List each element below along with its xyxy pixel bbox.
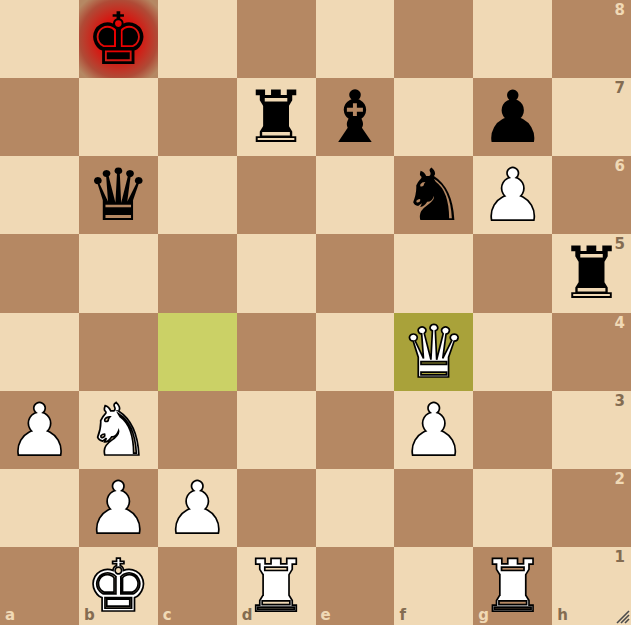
rank-label-5: 5 <box>615 237 625 252</box>
square-b4[interactable] <box>79 313 158 391</box>
file-label-b: b <box>84 608 95 623</box>
square-e1[interactable]: e <box>316 547 395 625</box>
square-a2[interactable] <box>0 469 79 547</box>
square-b6[interactable]: ♛ <box>79 156 158 234</box>
square-h4[interactable]: 4 <box>552 313 631 391</box>
square-h8[interactable]: 8 <box>552 0 631 78</box>
file-label-c: c <box>163 608 172 623</box>
square-e2[interactable] <box>316 469 395 547</box>
square-h6[interactable]: 6 <box>552 156 631 234</box>
rank-label-4: 4 <box>615 316 625 331</box>
square-g4[interactable] <box>473 313 552 391</box>
file-label-d: d <box>242 608 253 623</box>
square-a5[interactable] <box>0 234 79 312</box>
square-h5[interactable]: ♜5 <box>552 234 631 312</box>
square-e3[interactable] <box>316 391 395 469</box>
file-label-f: f <box>399 608 406 623</box>
square-d6[interactable] <box>237 156 316 234</box>
rank-label-6: 6 <box>615 159 625 174</box>
square-e5[interactable] <box>316 234 395 312</box>
square-d3[interactable] <box>237 391 316 469</box>
board-resize-handle-icon[interactable] <box>614 608 630 624</box>
square-c5[interactable] <box>158 234 237 312</box>
square-c8[interactable] <box>158 0 237 78</box>
square-a1[interactable]: a <box>0 547 79 625</box>
square-b2[interactable]: ♟ <box>79 469 158 547</box>
square-e8[interactable] <box>316 0 395 78</box>
square-g2[interactable] <box>473 469 552 547</box>
rank-label-7: 7 <box>615 81 625 96</box>
square-b5[interactable] <box>79 234 158 312</box>
square-a7[interactable] <box>0 78 79 156</box>
square-f4[interactable]: ♛ <box>394 313 473 391</box>
square-d2[interactable] <box>237 469 316 547</box>
file-label-a: a <box>5 608 15 623</box>
file-label-e: e <box>321 608 331 623</box>
square-e4[interactable] <box>316 313 395 391</box>
square-d4[interactable] <box>237 313 316 391</box>
square-e7[interactable]: ♝ <box>316 78 395 156</box>
square-f5[interactable] <box>394 234 473 312</box>
square-h3[interactable]: 3 <box>552 391 631 469</box>
square-b1[interactable]: ♚b <box>79 547 158 625</box>
square-f3[interactable]: ♟ <box>394 391 473 469</box>
square-f7[interactable] <box>394 78 473 156</box>
piece-white-pawn[interactable]: ♟ <box>473 156 552 234</box>
square-g1[interactable]: ♜g <box>473 547 552 625</box>
rank-label-3: 3 <box>615 394 625 409</box>
square-c2[interactable]: ♟ <box>158 469 237 547</box>
rank-label-2: 2 <box>615 472 625 487</box>
square-c6[interactable] <box>158 156 237 234</box>
piece-black-king[interactable]: ♚ <box>79 0 158 78</box>
square-h2[interactable]: 2 <box>552 469 631 547</box>
piece-white-pawn[interactable]: ♟ <box>394 391 473 469</box>
piece-white-queen[interactable]: ♛ <box>394 313 473 391</box>
rank-label-1: 1 <box>615 550 625 565</box>
file-label-h: h <box>557 608 568 623</box>
square-c4[interactable] <box>158 313 237 391</box>
square-b3[interactable]: ♞ <box>79 391 158 469</box>
square-a8[interactable] <box>0 0 79 78</box>
square-f1[interactable]: f <box>394 547 473 625</box>
square-c3[interactable] <box>158 391 237 469</box>
square-f2[interactable] <box>394 469 473 547</box>
piece-black-knight[interactable]: ♞ <box>394 156 473 234</box>
piece-white-knight[interactable]: ♞ <box>79 391 158 469</box>
square-e6[interactable] <box>316 156 395 234</box>
square-c1[interactable]: c <box>158 547 237 625</box>
chess-board-wrap: ♚8♜♝♟7♛♞♟6♜5♛4♟♞♟3♟♟2a♚bc♜def♜g1h <box>0 0 631 625</box>
square-g3[interactable] <box>473 391 552 469</box>
square-d8[interactable] <box>237 0 316 78</box>
square-g6[interactable]: ♟ <box>473 156 552 234</box>
piece-white-pawn[interactable]: ♟ <box>79 469 158 547</box>
piece-black-rook[interactable]: ♜ <box>237 78 316 156</box>
square-d1[interactable]: ♜d <box>237 547 316 625</box>
square-d7[interactable]: ♜ <box>237 78 316 156</box>
square-b8[interactable]: ♚ <box>79 0 158 78</box>
square-f6[interactable]: ♞ <box>394 156 473 234</box>
square-g5[interactable] <box>473 234 552 312</box>
piece-white-pawn[interactable]: ♟ <box>158 469 237 547</box>
chess-board: ♚8♜♝♟7♛♞♟6♜5♛4♟♞♟3♟♟2a♚bc♜def♜g1h <box>0 0 631 625</box>
square-c7[interactable] <box>158 78 237 156</box>
square-f8[interactable] <box>394 0 473 78</box>
piece-black-queen[interactable]: ♛ <box>79 156 158 234</box>
square-a4[interactable] <box>0 313 79 391</box>
rank-label-8: 8 <box>615 3 625 18</box>
square-h7[interactable]: 7 <box>552 78 631 156</box>
piece-black-bishop[interactable]: ♝ <box>316 78 395 156</box>
square-a3[interactable]: ♟ <box>0 391 79 469</box>
square-a6[interactable] <box>0 156 79 234</box>
square-g8[interactable] <box>473 0 552 78</box>
square-g7[interactable]: ♟ <box>473 78 552 156</box>
square-d5[interactable] <box>237 234 316 312</box>
square-b7[interactable] <box>79 78 158 156</box>
piece-black-pawn[interactable]: ♟ <box>473 78 552 156</box>
file-label-g: g <box>478 608 489 623</box>
piece-white-pawn[interactable]: ♟ <box>0 391 79 469</box>
